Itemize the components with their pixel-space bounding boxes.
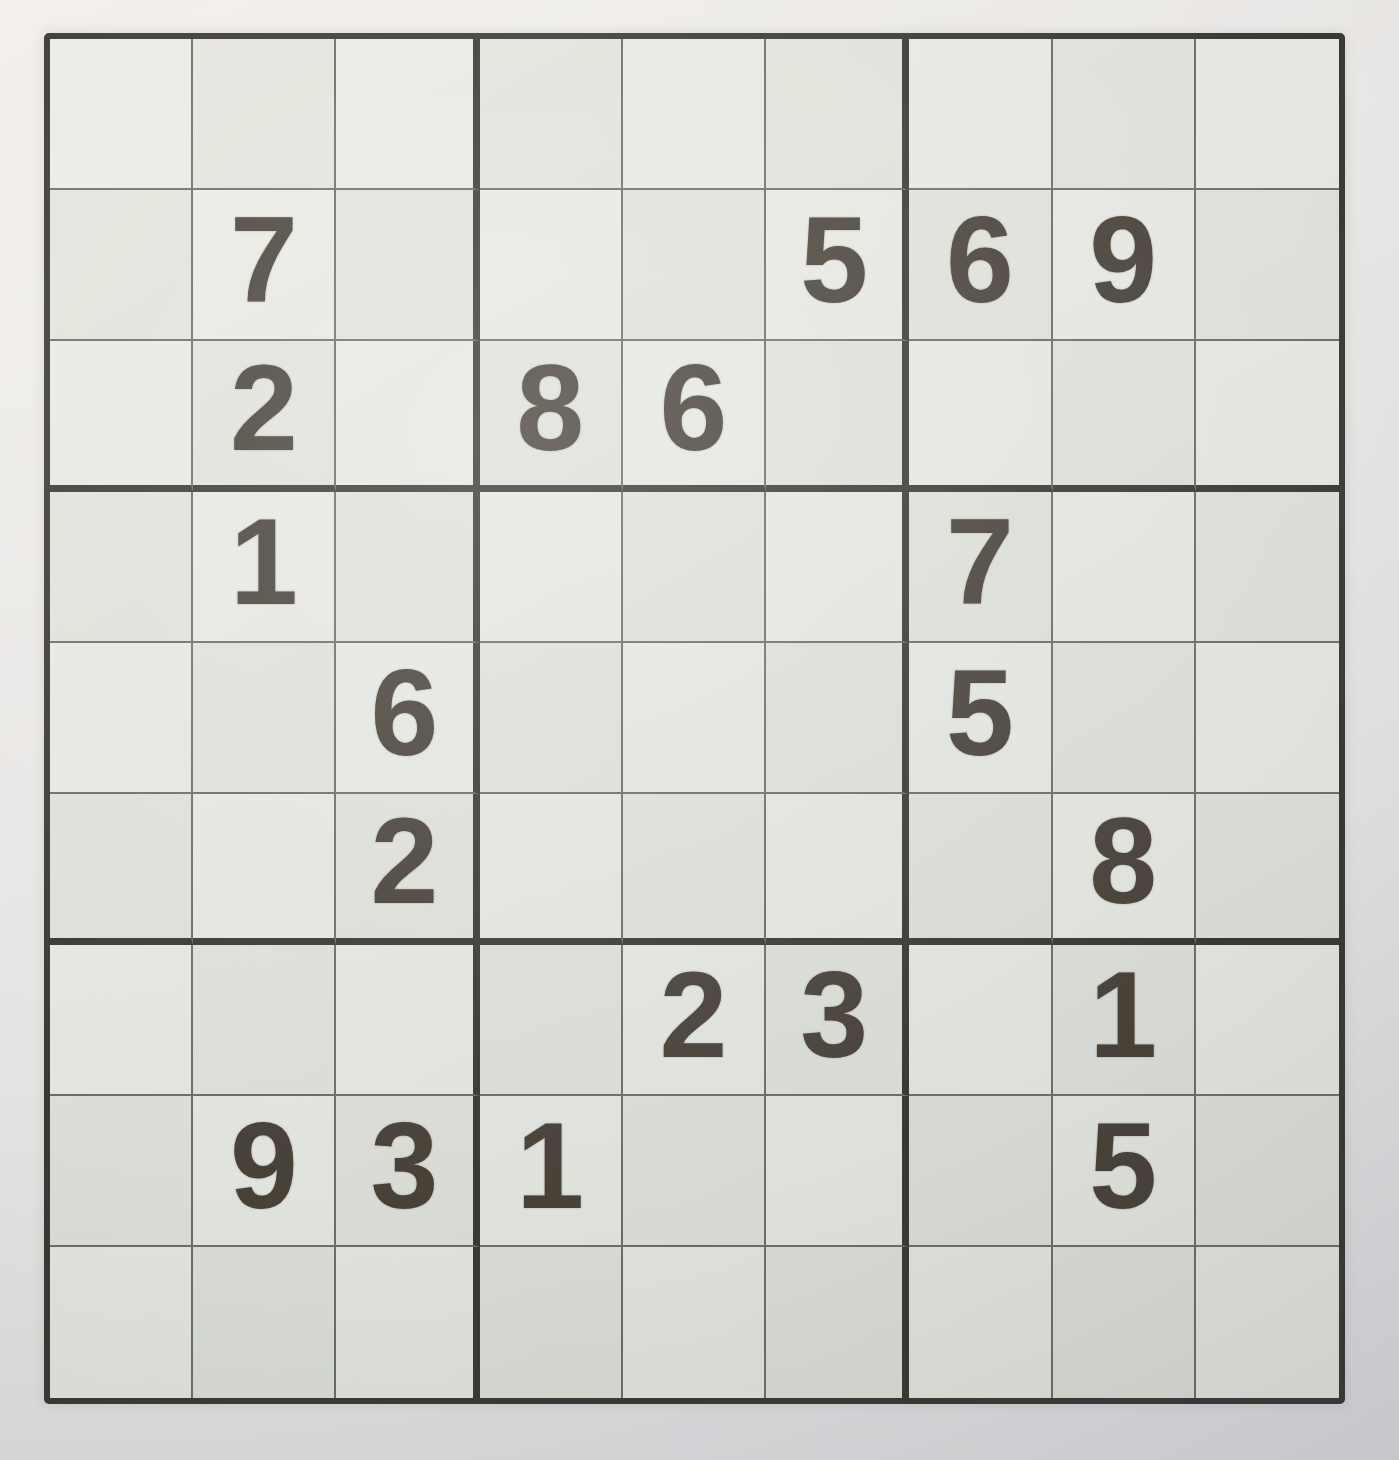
cell-r9c4[interactable] (480, 1247, 623, 1398)
cell-r1c6[interactable] (766, 39, 909, 190)
given-digit: 2 (660, 954, 728, 1076)
cell-r3c9[interactable] (1196, 341, 1339, 492)
cell-r4c1[interactable] (50, 492, 193, 643)
cell-r7c7[interactable] (909, 945, 1052, 1096)
cell-r7c4[interactable] (480, 945, 623, 1096)
cell-r2c6[interactable]: 5 (766, 190, 909, 341)
cell-r6c5[interactable] (623, 794, 766, 945)
cell-r6c4[interactable] (480, 794, 623, 945)
cell-r3c2[interactable]: 2 (193, 341, 336, 492)
cell-r7c6[interactable]: 3 (766, 945, 909, 1096)
given-digit: 1 (230, 501, 298, 623)
cell-r4c5[interactable] (623, 492, 766, 643)
cell-r2c8[interactable]: 9 (1053, 190, 1196, 341)
cell-r3c5[interactable]: 6 (623, 341, 766, 492)
given-digit: 9 (230, 1105, 298, 1227)
cell-r5c2[interactable] (193, 643, 336, 794)
cell-r2c5[interactable] (623, 190, 766, 341)
cell-r7c9[interactable] (1196, 945, 1339, 1096)
cell-r9c3[interactable] (336, 1247, 479, 1398)
given-digit: 1 (1089, 954, 1157, 1076)
given-digit: 5 (1089, 1105, 1157, 1227)
cell-r8c5[interactable] (623, 1096, 766, 1247)
cell-r8c8[interactable]: 5 (1053, 1096, 1196, 1247)
cell-r6c8[interactable]: 8 (1053, 794, 1196, 945)
cell-r9c1[interactable] (50, 1247, 193, 1398)
given-digit: 1 (516, 1105, 584, 1227)
cell-r3c6[interactable] (766, 341, 909, 492)
given-digit: 9 (1089, 199, 1157, 321)
cell-r4c2[interactable]: 1 (193, 492, 336, 643)
cell-r9c6[interactable] (766, 1247, 909, 1398)
cell-r5c3[interactable]: 6 (336, 643, 479, 794)
cell-r2c3[interactable] (336, 190, 479, 341)
cell-r1c4[interactable] (480, 39, 623, 190)
cell-r6c1[interactable] (50, 794, 193, 945)
cell-r7c5[interactable]: 2 (623, 945, 766, 1096)
cell-r2c7[interactable]: 6 (909, 190, 1052, 341)
cell-r5c6[interactable] (766, 643, 909, 794)
cell-r5c9[interactable] (1196, 643, 1339, 794)
cell-r5c7[interactable]: 5 (909, 643, 1052, 794)
given-digit: 3 (371, 1105, 439, 1227)
cell-r1c3[interactable] (336, 39, 479, 190)
cell-r1c7[interactable] (909, 39, 1052, 190)
cell-r8c1[interactable] (50, 1096, 193, 1247)
cell-r8c2[interactable]: 9 (193, 1096, 336, 1247)
cell-r5c4[interactable] (480, 643, 623, 794)
cell-r2c1[interactable] (50, 190, 193, 341)
cell-r7c3[interactable] (336, 945, 479, 1096)
cell-r6c7[interactable] (909, 794, 1052, 945)
cell-r8c7[interactable] (909, 1096, 1052, 1247)
cell-r5c5[interactable] (623, 643, 766, 794)
cell-r9c8[interactable] (1053, 1247, 1196, 1398)
given-digit: 6 (371, 652, 439, 774)
cell-r6c3[interactable]: 2 (336, 794, 479, 945)
given-digit: 6 (660, 347, 728, 469)
cell-r2c2[interactable]: 7 (193, 190, 336, 341)
cell-r4c6[interactable] (766, 492, 909, 643)
cell-r7c1[interactable] (50, 945, 193, 1096)
cell-r1c5[interactable] (623, 39, 766, 190)
cell-r3c7[interactable] (909, 341, 1052, 492)
cell-r1c9[interactable] (1196, 39, 1339, 190)
cell-r9c9[interactable] (1196, 1247, 1339, 1398)
given-digit: 8 (1089, 800, 1157, 922)
cell-r7c2[interactable] (193, 945, 336, 1096)
cell-r7c8[interactable]: 1 (1053, 945, 1196, 1096)
page-background: { "game": "sudoku", "position": ".......… (0, 0, 1399, 1460)
given-digit: 5 (946, 652, 1014, 774)
cell-r9c5[interactable] (623, 1247, 766, 1398)
cell-r4c8[interactable] (1053, 492, 1196, 643)
cell-r3c4[interactable]: 8 (480, 341, 623, 492)
cell-r6c9[interactable] (1196, 794, 1339, 945)
cell-r2c4[interactable] (480, 190, 623, 341)
given-digit: 8 (516, 347, 584, 469)
given-digit: 7 (230, 199, 298, 321)
sudoku-board: 75692861765282319315 (44, 33, 1345, 1404)
cell-r3c1[interactable] (50, 341, 193, 492)
cell-r3c3[interactable] (336, 341, 479, 492)
cell-r9c7[interactable] (909, 1247, 1052, 1398)
cell-r1c2[interactable] (193, 39, 336, 190)
cell-r8c6[interactable] (766, 1096, 909, 1247)
cell-r5c1[interactable] (50, 643, 193, 794)
cell-r4c4[interactable] (480, 492, 623, 643)
cell-r8c4[interactable]: 1 (480, 1096, 623, 1247)
cell-r8c3[interactable]: 3 (336, 1096, 479, 1247)
given-digit: 6 (946, 199, 1014, 321)
cell-r3c8[interactable] (1053, 341, 1196, 492)
given-digit: 2 (230, 347, 298, 469)
given-digit: 7 (946, 501, 1014, 623)
cell-r1c1[interactable] (50, 39, 193, 190)
cell-r6c2[interactable] (193, 794, 336, 945)
cell-r5c8[interactable] (1053, 643, 1196, 794)
given-digit: 5 (800, 199, 868, 321)
cell-r4c7[interactable]: 7 (909, 492, 1052, 643)
cell-r6c6[interactable] (766, 794, 909, 945)
given-digit: 3 (800, 954, 868, 1076)
cell-r4c3[interactable] (336, 492, 479, 643)
cell-r2c9[interactable] (1196, 190, 1339, 341)
cell-r4c9[interactable] (1196, 492, 1339, 643)
cell-r1c8[interactable] (1053, 39, 1196, 190)
cell-r8c9[interactable] (1196, 1096, 1339, 1247)
given-digit: 2 (371, 800, 439, 922)
cell-r9c2[interactable] (193, 1247, 336, 1398)
